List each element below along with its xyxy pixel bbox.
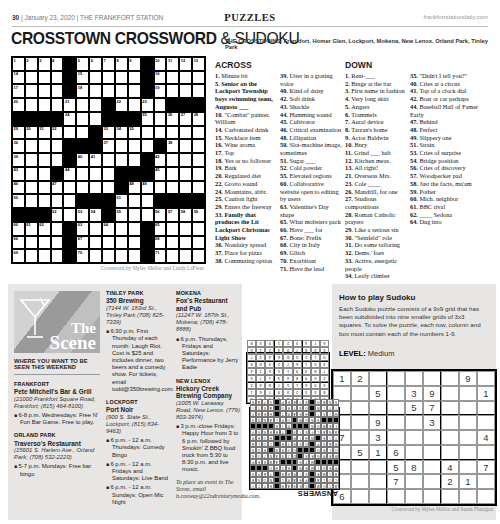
crossword-cell[interactable]: 42 <box>154 153 167 167</box>
crossword-cell[interactable]: 20 <box>12 98 25 112</box>
crossword-cell-number: 65 <box>155 222 159 227</box>
crossword-cell[interactable] <box>166 167 179 181</box>
crossword-cell[interactable]: 21 <box>63 98 76 112</box>
sudoku-empty-cell[interactable] <box>387 430 405 445</box>
crossword-cell[interactable]: 50 <box>12 194 25 208</box>
answer-crossword-cell: Y <box>250 483 256 489</box>
crossword-cell[interactable] <box>51 249 64 263</box>
crossword-cell[interactable]: 22 <box>115 98 128 112</box>
crossword-cell[interactable]: 37 <box>102 139 115 153</box>
crossword-cell[interactable] <box>38 98 51 112</box>
crossword-cell[interactable] <box>25 181 38 195</box>
sudoku-empty-cell[interactable] <box>387 386 405 401</box>
crossword-cell[interactable] <box>179 167 192 181</box>
clue-57: 57. Woodpecker pad <box>410 172 490 180</box>
sudoku-empty-cell[interactable] <box>441 430 459 445</box>
crossword-cell[interactable]: 43 <box>12 167 25 181</box>
crossword-cell[interactable] <box>166 84 179 98</box>
crossword-cell[interactable] <box>154 98 167 112</box>
crossword-cell[interactable] <box>76 167 89 181</box>
crossword-cell[interactable] <box>51 71 64 85</box>
crossword-black-cell <box>192 98 205 112</box>
clue-29: 29. Enters the freeway <box>215 203 277 211</box>
crossword-cell[interactable]: 24 <box>63 112 76 126</box>
answer-sudoku-cell: 8 <box>311 368 320 375</box>
crossword-cell[interactable] <box>25 98 38 112</box>
crossword-cell[interactable]: 61 <box>25 222 38 236</box>
crossword-cell[interactable] <box>25 167 38 181</box>
answer-crossword-cell: L <box>333 423 339 429</box>
crossword-grid[interactable]: 1234567891011121314151617181920212223242… <box>11 56 206 264</box>
crossword-cell[interactable]: 51 <box>115 194 128 208</box>
crossword-cell[interactable]: 71 <box>154 249 167 263</box>
crossword-cell[interactable] <box>51 222 64 236</box>
sudoku-empty-cell[interactable] <box>369 460 387 475</box>
crossword-cell[interactable]: 56 <box>154 208 167 222</box>
crossword-cell[interactable]: 66 <box>12 236 25 250</box>
sudoku-empty-cell[interactable] <box>387 371 405 386</box>
crossword-cell[interactable] <box>25 249 38 263</box>
crossword-cell[interactable] <box>192 249 205 263</box>
sudoku-empty-cell[interactable] <box>351 386 369 401</box>
crossword-black-cell <box>192 194 205 208</box>
crossword-cell[interactable] <box>115 222 128 236</box>
crossword-cell[interactable]: 69 <box>12 249 25 263</box>
answer-crossword-black-cell <box>274 411 280 417</box>
crossword-cell[interactable]: 53 <box>76 208 89 222</box>
answer-crossword-cell: N <box>315 405 321 411</box>
answer-crossword-cell: I <box>297 429 303 435</box>
crossword-cell[interactable]: 10 <box>154 57 167 71</box>
answer-crossword-cell: M <box>321 471 327 477</box>
clue-22: 22. Grotto sound <box>215 180 277 188</box>
crossword-cell[interactable] <box>154 126 167 140</box>
crossword-cell[interactable]: 5 <box>76 57 89 71</box>
crossword-cell[interactable]: 15 <box>76 71 89 85</box>
crossword-cell[interactable] <box>128 98 141 112</box>
sudoku-empty-cell[interactable] <box>405 430 423 445</box>
sudoku-empty-cell[interactable] <box>423 460 441 475</box>
crossword-cell[interactable]: 3 <box>38 57 51 71</box>
answer-crossword-cell: Y <box>286 441 292 447</box>
crossword-cell[interactable]: 33 <box>102 126 115 140</box>
crossword-cell[interactable] <box>192 236 205 250</box>
sudoku-empty-cell[interactable] <box>477 474 495 489</box>
answer-sudoku-cell: 7 <box>293 347 302 354</box>
sudoku-byline: Crossword by Myles Mellor and Susan Flan… <box>300 506 493 512</box>
crossword-cell[interactable]: 7 <box>102 57 115 71</box>
answer-crossword-black-cell <box>327 417 333 423</box>
sudoku-empty-cell[interactable] <box>441 386 459 401</box>
scene-venue: Hickory Creek Brewing Company <box>176 385 240 400</box>
crossword-cell[interactable] <box>102 153 115 167</box>
crossword-cell[interactable]: 27 <box>179 112 192 126</box>
answer-sudoku-cell: 5 <box>283 382 292 389</box>
crossword-cell[interactable] <box>192 84 205 98</box>
crossword-cell[interactable] <box>128 153 141 167</box>
crossword-cell[interactable] <box>115 71 128 85</box>
crossword-cell[interactable]: 67 <box>76 236 89 250</box>
crossword-cell[interactable]: 52 <box>51 208 64 222</box>
crossword-cell[interactable] <box>25 153 38 167</box>
crossword-cell-number: 5 <box>78 58 80 63</box>
crossword-cell[interactable] <box>38 139 51 153</box>
crossword-cell[interactable] <box>179 222 192 236</box>
answer-crossword-cell: S <box>303 471 309 477</box>
answer-crossword-cell: N <box>309 417 315 423</box>
answer-crossword-cell: E <box>292 399 298 405</box>
crossword-cell[interactable] <box>192 222 205 236</box>
crossword-cell[interactable] <box>51 139 64 153</box>
crossword-cell[interactable] <box>38 153 51 167</box>
crossword-cell[interactable]: 49 <box>141 181 154 195</box>
crossword-cell[interactable]: 6 <box>89 57 102 71</box>
crossword-cell[interactable]: 70 <box>76 249 89 263</box>
sudoku-empty-cell[interactable] <box>405 489 423 504</box>
sudoku-empty-cell[interactable] <box>369 474 387 489</box>
sudoku-empty-cell[interactable] <box>459 489 477 504</box>
clue-29: 29. Like a serious sin <box>345 226 407 234</box>
answer-crossword-cell: A <box>274 459 280 465</box>
crossword-cell[interactable] <box>89 84 102 98</box>
crossword-cell[interactable] <box>63 208 76 222</box>
crossword-cell[interactable]: 58 <box>179 208 192 222</box>
crossword-cell[interactable]: 8 <box>115 57 128 71</box>
sudoku-empty-cell[interactable] <box>477 489 495 504</box>
crossword-cell[interactable] <box>51 98 64 112</box>
crossword-cell[interactable] <box>128 71 141 85</box>
crossword-cell[interactable]: 19 <box>154 84 167 98</box>
crossword-black-cell <box>51 112 64 126</box>
crossword-cell[interactable] <box>63 194 76 208</box>
crossword-cell[interactable] <box>115 249 128 263</box>
crossword-cell[interactable] <box>166 222 179 236</box>
crossword-cell[interactable]: 32 <box>51 126 64 140</box>
crossword-cell[interactable] <box>115 236 128 250</box>
crossword-cell[interactable] <box>38 236 51 250</box>
crossword-cell[interactable] <box>115 153 128 167</box>
sudoku-empty-cell[interactable] <box>441 401 459 416</box>
crossword-cell[interactable]: 63 <box>76 222 89 236</box>
crossword-cell[interactable]: 28 <box>192 112 205 126</box>
sudoku-empty-cell[interactable] <box>387 415 405 430</box>
scene-logo-text: The Scene <box>50 322 96 351</box>
crossword-cell[interactable] <box>179 126 192 140</box>
sudoku-empty-cell[interactable] <box>459 430 477 445</box>
answer-crossword-cell: E <box>262 411 268 417</box>
crossword-cell[interactable] <box>115 84 128 98</box>
clue-31: 31. Do some tailoring <box>345 241 407 249</box>
crossword-cell[interactable] <box>25 84 38 98</box>
crossword-cell[interactable] <box>154 181 167 195</box>
crossword-cell[interactable]: 1 <box>12 57 25 71</box>
answer-crossword-cell: S <box>292 429 298 435</box>
crossword-cell[interactable]: 39 <box>12 153 25 167</box>
crossword-cell[interactable] <box>179 181 192 195</box>
crossword-cell[interactable]: 30 <box>25 126 38 140</box>
crossword-cell[interactable]: 46 <box>12 181 25 195</box>
crossword-cell[interactable] <box>141 126 154 140</box>
crossword-cell[interactable] <box>166 153 179 167</box>
crossword-cell[interactable] <box>192 139 205 153</box>
crossword-cell[interactable]: 64 <box>102 222 115 236</box>
crossword-cell[interactable] <box>128 208 141 222</box>
answer-crossword-cell: R <box>250 399 256 405</box>
sudoku-empty-cell[interactable] <box>423 430 441 445</box>
crossword-cell[interactable] <box>38 71 51 85</box>
crossword-cell[interactable]: 65 <box>154 222 167 236</box>
crossword-cell[interactable] <box>102 84 115 98</box>
answer-sudoku-cell: 4 <box>274 347 283 354</box>
answer-crossword-cell: R <box>321 453 327 459</box>
crossword-cell[interactable]: 62 <box>38 222 51 236</box>
crossword-cell[interactable] <box>166 126 179 140</box>
crossword-cell[interactable] <box>192 181 205 195</box>
crossword-cell[interactable]: 31 <box>38 126 51 140</box>
answer-sudoku-cell: 2 <box>274 361 283 368</box>
crossword-cell[interactable] <box>192 167 205 181</box>
crossword-cell[interactable]: 17 <box>12 84 25 98</box>
crossword-cell[interactable]: 45 <box>154 167 167 181</box>
crossword-cell[interactable]: 44 <box>63 167 76 181</box>
sudoku-empty-cell[interactable] <box>441 371 459 386</box>
crossword-byline: Crossword by Myles Mellor and Cindy LaFl… <box>11 265 204 271</box>
answer-sudoku-cell: 6 <box>274 354 283 361</box>
crossword-cell[interactable]: 35 <box>128 126 141 140</box>
sudoku-empty-cell[interactable] <box>459 386 477 401</box>
crossword-cell[interactable] <box>89 222 102 236</box>
sudoku-empty-cell[interactable] <box>369 489 387 504</box>
scene-city: NEW LENOX <box>176 378 240 385</box>
crossword-cell[interactable] <box>63 181 76 195</box>
sudoku-empty-cell[interactable] <box>477 371 495 386</box>
crossword-cell[interactable]: 57 <box>166 208 179 222</box>
crossword-cell[interactable]: 9 <box>128 57 141 71</box>
answer-sudoku-cell: 3 <box>302 368 311 375</box>
sudoku-empty-cell[interactable] <box>441 445 459 460</box>
clue-3: 3. First name in fashion <box>345 87 407 95</box>
sudoku-empty-cell[interactable] <box>351 430 369 445</box>
answer-sudoku-cell: 4 <box>302 340 311 347</box>
crossword-cell[interactable]: 4 <box>51 57 64 71</box>
sudoku-empty-cell[interactable] <box>351 401 369 416</box>
sudoku-empty-cell[interactable] <box>423 445 441 460</box>
crossword-cell-number: 42 <box>155 154 159 159</box>
crossword-cell[interactable]: 68 <box>154 236 167 250</box>
crossword-cell[interactable]: 48 <box>128 181 141 195</box>
answer-sudoku-cell: 1 <box>293 382 302 389</box>
sudoku-grid[interactable]: 1295391579373451658477216 <box>331 369 497 506</box>
crossword-cell[interactable]: 54 <box>89 208 102 222</box>
answer-crossword-cell: H <box>274 465 280 471</box>
crossword-cell[interactable]: 36 <box>12 139 25 153</box>
sudoku-empty-cell[interactable] <box>351 474 369 489</box>
crossword-cell[interactable] <box>25 194 38 208</box>
crossword-cell[interactable] <box>102 236 115 250</box>
crossword-cell[interactable] <box>51 153 64 167</box>
across-clues-col2: 39. Utter in a grating voice40. Kind of … <box>280 72 343 272</box>
crossword-cell[interactable] <box>102 167 115 181</box>
sudoku-empty-cell[interactable] <box>405 415 423 430</box>
crossword-cell[interactable] <box>38 84 51 98</box>
crossword-cell[interactable] <box>102 249 115 263</box>
crossword-cell[interactable] <box>166 71 179 85</box>
crossword-cell[interactable] <box>89 71 102 85</box>
sudoku-empty-cell[interactable] <box>351 460 369 475</box>
crossword-cell-number: 32 <box>52 126 56 131</box>
crossword-cell[interactable] <box>89 112 102 126</box>
clue-11: 11. Grind ___ halt <box>345 149 407 157</box>
crossword-cell[interactable] <box>38 249 51 263</box>
crossword-cell[interactable] <box>179 153 192 167</box>
crossword-black-cell <box>63 249 76 263</box>
crossword-cell[interactable] <box>25 139 38 153</box>
crossword-cell[interactable]: 2 <box>25 57 38 71</box>
crossword-cell[interactable] <box>179 84 192 98</box>
crossword-cell[interactable] <box>166 236 179 250</box>
answer-crossword-cell: S <box>256 477 262 483</box>
answer-crossword-black-cell <box>321 417 327 423</box>
crossword-cell[interactable]: 47 <box>51 181 64 195</box>
crossword-cell-number: 36 <box>14 140 18 145</box>
crossword-cell[interactable] <box>141 194 154 208</box>
crossword-cell[interactable] <box>154 112 167 126</box>
crossword-cell[interactable] <box>76 126 89 140</box>
crossword-cell[interactable]: 40 <box>76 153 89 167</box>
crossword-cell[interactable] <box>192 126 205 140</box>
scene-venue: Traverso's Restaurant <box>14 440 102 447</box>
crossword-cell[interactable] <box>141 139 154 153</box>
sudoku-empty-cell[interactable] <box>477 401 495 416</box>
crossword-black-cell <box>63 153 76 167</box>
answer-crossword-cell: K <box>321 411 327 417</box>
sudoku-empty-cell[interactable] <box>423 474 441 489</box>
crossword-cell-number: 8 <box>116 58 118 63</box>
crossword-black-cell <box>12 112 25 126</box>
crossword-cell[interactable] <box>63 126 76 140</box>
sudoku-empty-cell[interactable] <box>351 489 369 504</box>
sudoku-empty-cell[interactable] <box>351 415 369 430</box>
crossword-cell[interactable]: 25 <box>141 112 154 126</box>
answer-sudoku-cell: 4 <box>265 354 274 361</box>
crossword-cell[interactable] <box>76 112 89 126</box>
crossword-cell[interactable] <box>128 194 141 208</box>
crossword-cell[interactable] <box>89 181 102 195</box>
crossword-cell[interactable] <box>76 181 89 195</box>
sudoku-empty-cell[interactable] <box>477 415 495 430</box>
sudoku-empty-cell[interactable] <box>369 371 387 386</box>
sudoku-level-label: LEVEL: <box>339 349 366 358</box>
crossword-cell[interactable]: 29 <box>12 126 25 140</box>
crossword-cell[interactable]: 60 <box>12 222 25 236</box>
crossword-cell[interactable] <box>25 236 38 250</box>
crossword-cell[interactable]: 18 <box>76 84 89 98</box>
crossword-cell[interactable]: 13 <box>192 57 205 71</box>
crossword-cell[interactable]: 16 <box>154 71 167 85</box>
sudoku-empty-cell[interactable] <box>405 371 423 386</box>
crossword-cell[interactable] <box>179 139 192 153</box>
crossword-cell[interactable]: 41 <box>89 153 102 167</box>
crossword-cell[interactable] <box>192 153 205 167</box>
crossword-cell[interactable]: 11 <box>166 57 179 71</box>
crossword-cell[interactable]: 38 <box>166 139 179 153</box>
crossword-cell[interactable] <box>128 249 141 263</box>
crossword-cell[interactable]: 55 <box>115 208 128 222</box>
answer-crossword-cell: R <box>250 435 256 441</box>
crossword-cell[interactable] <box>51 236 64 250</box>
sudoku-empty-cell[interactable] <box>405 474 423 489</box>
crossword-cell[interactable] <box>141 208 154 222</box>
crossword-cell[interactable] <box>128 84 141 98</box>
sudoku-empty-cell[interactable] <box>477 445 495 460</box>
scene-event: ■ 6 p.m. - 12 a.m. Thursdays: Comedy Bin… <box>106 437 169 459</box>
answer-sudoku-cell: 1 <box>265 375 274 382</box>
crossword-cell[interactable]: 23 <box>141 98 154 112</box>
crossword-cell[interactable] <box>38 167 51 181</box>
crossword-cell[interactable] <box>128 139 141 153</box>
crossword-cell[interactable] <box>38 181 51 195</box>
crossword-cell[interactable] <box>76 98 89 112</box>
clue-13: 13. All right! <box>345 164 407 172</box>
crossword-black-cell <box>141 236 154 250</box>
crossword-cell[interactable] <box>166 249 179 263</box>
crossword-cell[interactable]: 14 <box>12 71 25 85</box>
crossword-cell[interactable] <box>102 71 115 85</box>
crossword-cell[interactable] <box>25 71 38 85</box>
sudoku-empty-cell[interactable] <box>441 415 459 430</box>
answer-crossword-black-cell <box>268 423 274 429</box>
sudoku-empty-cell[interactable] <box>387 489 405 504</box>
crossword-cell[interactable] <box>51 84 64 98</box>
crossword-cell[interactable] <box>179 249 192 263</box>
crossword-cell[interactable] <box>102 181 115 195</box>
crossword-cell[interactable]: 12 <box>179 57 192 71</box>
sudoku-empty-cell[interactable] <box>369 401 387 416</box>
crossword-cell[interactable]: 26 <box>166 112 179 126</box>
crossword-cell-number: 57 <box>168 209 172 214</box>
sudoku-empty-cell[interactable] <box>387 401 405 416</box>
crossword-cell[interactable] <box>115 139 128 153</box>
crossword-cell[interactable]: 59 <box>192 208 205 222</box>
answer-crossword-cell: A <box>327 441 333 447</box>
sudoku-empty-cell[interactable] <box>423 371 441 386</box>
crossword-cell[interactable] <box>179 71 192 85</box>
answer-crossword-cell: E <box>280 447 286 453</box>
sudoku-empty-cell[interactable] <box>423 489 441 504</box>
crossword-cell[interactable] <box>128 222 141 236</box>
answer-crossword-cell: R <box>286 477 292 483</box>
crossword-cell[interactable] <box>89 98 102 112</box>
crossword-cell[interactable] <box>89 167 102 181</box>
crossword-cell[interactable] <box>179 236 192 250</box>
crossword-cell[interactable]: 34 <box>115 126 128 140</box>
crossword-cell[interactable] <box>89 249 102 263</box>
sudoku-empty-cell[interactable] <box>459 445 477 460</box>
sudoku-empty-cell[interactable] <box>459 401 477 416</box>
crossword-cell[interactable] <box>51 194 64 208</box>
crossword-cell[interactable] <box>128 236 141 250</box>
crossword-cell[interactable] <box>89 236 102 250</box>
sudoku-empty-cell[interactable] <box>405 445 423 460</box>
answer-crossword-cell: S <box>250 447 256 453</box>
sudoku-empty-cell[interactable] <box>459 460 477 475</box>
crossword-cell[interactable] <box>38 194 51 208</box>
sudoku-empty-cell[interactable] <box>441 489 459 504</box>
crossword-cell[interactable] <box>192 71 205 85</box>
crossword-cell[interactable] <box>166 181 179 195</box>
clue-1: 1. Rent-___ <box>345 72 407 80</box>
sudoku-empty-cell[interactable] <box>459 415 477 430</box>
